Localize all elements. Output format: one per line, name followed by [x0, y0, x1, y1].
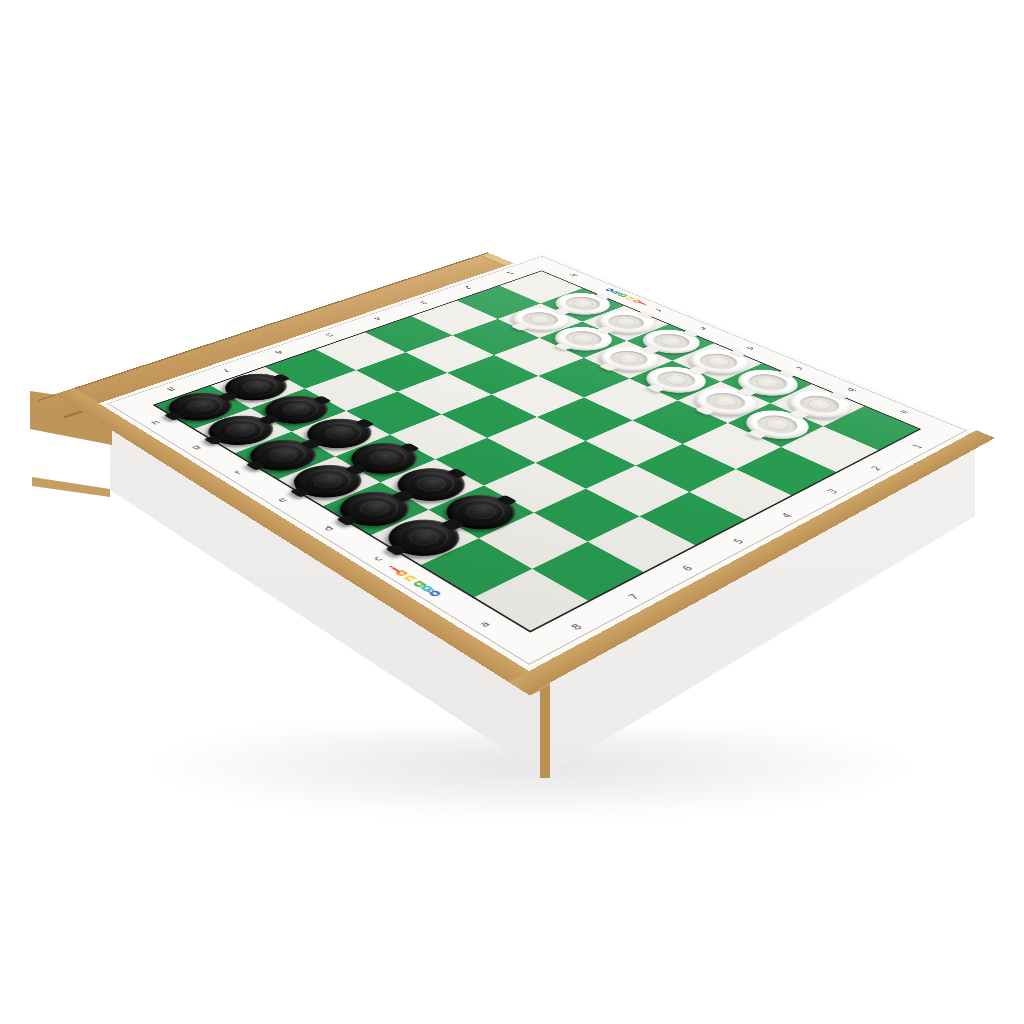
piece-crown-emboss — [558, 328, 610, 349]
file-label-bottom-h: h — [149, 419, 163, 426]
rank-label-right-4: 4 — [779, 512, 795, 520]
file-label-bottom-f: f — [232, 469, 244, 475]
logo-letter: o — [424, 587, 445, 599]
rank-label-right-8: 8 — [568, 622, 585, 632]
file-label-bottom-e: e — [274, 496, 289, 504]
piece-crown-emboss — [390, 520, 457, 555]
piece-crown-emboss — [296, 466, 360, 497]
file-label-top-a: a — [897, 409, 911, 415]
piece-crown-emboss — [342, 492, 408, 525]
rank-label-left-1: 1 — [504, 270, 516, 275]
rank-label-right-1: 1 — [910, 443, 925, 450]
rank-label-right-2: 2 — [868, 465, 883, 472]
rank-label-right-7: 7 — [625, 592, 642, 601]
rank-label-right-3: 3 — [825, 488, 841, 496]
piece-crown-emboss — [227, 374, 285, 399]
file-label-bottom-c: c — [370, 554, 385, 562]
rank-label-right-5: 5 — [730, 537, 746, 545]
rank-label-left-7: 7 — [219, 367, 232, 373]
rank-label-left-8: 8 — [164, 386, 177, 392]
rank-label-left-5: 5 — [322, 332, 335, 337]
board-sheet: hh88gg77ff66ee55dd44cc33bb22aa11 jungooj… — [99, 254, 975, 672]
rank-label-left-6: 6 — [272, 349, 285, 355]
piece-crown-emboss — [171, 393, 230, 420]
piece-crown-emboss — [267, 396, 326, 423]
piece-crown-emboss — [698, 389, 753, 414]
file-label-top-d: d — [743, 345, 756, 351]
file-label-top-c: c — [793, 366, 806, 372]
piece-crown-emboss — [602, 348, 655, 370]
file-label-bottom-g: g — [189, 443, 203, 450]
rank-label-right-6: 6 — [679, 564, 696, 573]
file-label-top-e: e — [697, 326, 710, 331]
rank-label-left-3: 3 — [417, 300, 429, 305]
piece-crown-emboss — [309, 419, 370, 447]
piece-crown-emboss — [211, 416, 272, 444]
piece-crown-emboss — [749, 412, 806, 438]
piece-crown-emboss — [515, 309, 566, 330]
file-label-top-b: b — [844, 387, 858, 393]
file-label-bottom-a: a — [476, 619, 493, 629]
file-label-top-f: f — [653, 308, 664, 312]
rank-label-left-2: 2 — [461, 285, 473, 290]
file-label-bottom-d: d — [321, 524, 336, 532]
piece-crown-emboss — [649, 368, 703, 392]
rank-label-left-4: 4 — [371, 316, 383, 321]
file-label-top-h: h — [567, 272, 579, 277]
piece-crown-emboss — [252, 440, 314, 469]
